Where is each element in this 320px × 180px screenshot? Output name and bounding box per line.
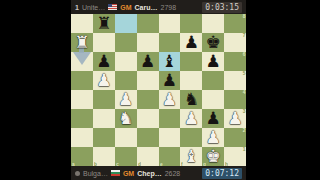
square-a1[interactable]: a [71,147,93,166]
square-g4[interactable] [202,90,224,109]
bottom-player-rating: 2628 [165,170,181,177]
square-d5[interactable] [137,71,159,90]
white-rook[interactable]: ♜ [74,33,89,52]
bottom-player-bar: Bulga… GM Chep… 2628 0:07:12 [71,166,246,180]
square-b7[interactable] [93,33,115,52]
square-c2[interactable] [115,128,137,147]
top-player-name: Caru… [135,4,158,11]
rank-label-3: 3 [242,109,245,114]
square-a8[interactable] [71,14,93,33]
rank-label-4: 4 [242,90,245,95]
white-bishop[interactable]: ♝ [184,147,199,166]
square-a2[interactable] [71,128,93,147]
bottom-country-label: Bulga… [83,170,108,177]
black-pawn[interactable]: ♟ [140,52,155,71]
square-e3[interactable] [159,109,181,128]
square-h5[interactable]: 5 [224,71,246,90]
chess-board: ♜8♜♟♚7♟♟♝♟6♟♟5♟♟♞4♞♟♟3♟♟2abcdef♝g♚1h [71,14,246,166]
square-h4[interactable]: 4 [224,90,246,109]
app-window: 1 Unite… GM Caru… 2798 0:03:15 ♜8♜♟♚7♟♟♝… [0,0,320,180]
bottom-title-badge: GM [123,170,134,177]
black-pawn[interactable]: ♟ [162,71,177,90]
rank-label-7: 7 [242,33,245,38]
square-b2[interactable] [93,128,115,147]
square-g3[interactable]: ♟ [202,109,224,128]
square-e5[interactable]: ♟ [159,71,181,90]
square-b3[interactable] [93,109,115,128]
square-d4[interactable] [137,90,159,109]
top-country-label: Unite… [82,4,105,11]
square-h2[interactable]: 2 [224,128,246,147]
black-pawn[interactable]: ♟ [96,52,111,71]
square-a3[interactable] [71,109,93,128]
square-e8[interactable] [159,14,181,33]
top-player-bar: 1 Unite… GM Caru… 2798 0:03:15 [71,0,246,14]
square-f6[interactable] [180,52,202,71]
bottom-clock: 0:07:12 [202,168,242,179]
square-f8[interactable] [180,14,202,33]
square-g2[interactable]: ♟ [202,128,224,147]
square-a7[interactable]: ♜ [71,33,93,52]
white-pawn[interactable]: ♟ [162,90,177,109]
rank-label-8: 8 [242,14,245,19]
bulgaria-flag-icon [111,170,120,176]
white-pawn[interactable]: ♟ [96,71,111,90]
square-d2[interactable] [137,128,159,147]
square-e2[interactable] [159,128,181,147]
black-pawn[interactable]: ♟ [206,109,221,128]
black-pawn[interactable]: ♟ [184,33,199,52]
square-c7[interactable] [115,33,137,52]
white-knight[interactable]: ♞ [118,109,133,128]
square-b6[interactable]: ♟ [93,52,115,71]
top-player-rating: 2798 [160,4,176,11]
top-clock: 0:03:15 [202,2,242,13]
move-arrow-head-icon [73,52,91,65]
square-b5[interactable]: ♟ [93,71,115,90]
square-f7[interactable]: ♟ [180,33,202,52]
square-h7[interactable]: 7 [224,33,246,52]
square-d3[interactable] [137,109,159,128]
black-pawn[interactable]: ♟ [206,52,221,71]
rank-label-6: 6 [242,52,245,57]
square-b8[interactable]: ♜ [93,14,115,33]
square-g7[interactable]: ♚ [202,33,224,52]
square-e6[interactable]: ♝ [159,52,181,71]
square-f1[interactable]: f♝ [180,147,202,166]
square-c6[interactable] [115,52,137,71]
white-pawn[interactable]: ♟ [206,128,221,147]
black-king[interactable]: ♚ [206,33,221,52]
black-knight[interactable]: ♞ [184,90,199,109]
square-c8[interactable] [115,14,137,33]
square-b1[interactable]: b [93,147,115,166]
square-h8[interactable]: 8 [224,14,246,33]
rank-label-5: 5 [242,71,245,76]
broadcast-column: 1 Unite… GM Caru… 2798 0:03:15 ♜8♜♟♚7♟♟♝… [71,0,246,180]
square-c1[interactable]: c [115,147,137,166]
square-e7[interactable] [159,33,181,52]
rank-label-2: 2 [242,128,245,133]
board-number: 1 [75,4,79,11]
white-pawn[interactable]: ♟ [227,109,242,128]
square-f5[interactable] [180,71,202,90]
square-h6[interactable]: 6 [224,52,246,71]
black-bishop[interactable]: ♝ [162,52,177,71]
top-title-badge: GM [120,4,131,11]
square-a5[interactable] [71,71,93,90]
white-pawn[interactable]: ♟ [184,109,199,128]
us-flag-icon [108,4,117,10]
square-d8[interactable] [137,14,159,33]
black-rook[interactable]: ♜ [96,14,111,33]
square-g1[interactable]: g♚ [202,147,224,166]
square-f3[interactable]: ♟ [180,109,202,128]
square-g6[interactable]: ♟ [202,52,224,71]
square-e4[interactable]: ♟ [159,90,181,109]
white-king[interactable]: ♚ [206,147,221,166]
us-flag-canton [108,4,112,7]
white-pawn[interactable]: ♟ [118,90,133,109]
rank-label-1: 1 [242,147,245,152]
square-c4[interactable]: ♟ [115,90,137,109]
square-f2[interactable] [180,128,202,147]
square-d7[interactable] [137,33,159,52]
square-b4[interactable] [93,90,115,109]
square-d6[interactable]: ♟ [137,52,159,71]
bottom-player-name: Chep… [137,170,162,177]
status-dot-icon [75,171,80,176]
square-h3[interactable]: 3♟ [224,109,246,128]
square-e1[interactable]: e [159,147,181,166]
square-g5[interactable] [202,71,224,90]
square-a4[interactable] [71,90,93,109]
square-d1[interactable]: d [137,147,159,166]
square-c5[interactable] [115,71,137,90]
square-h1[interactable]: 1h [224,147,246,166]
square-g8[interactable] [202,14,224,33]
square-f4[interactable]: ♞ [180,90,202,109]
square-c3[interactable]: ♞ [115,109,137,128]
